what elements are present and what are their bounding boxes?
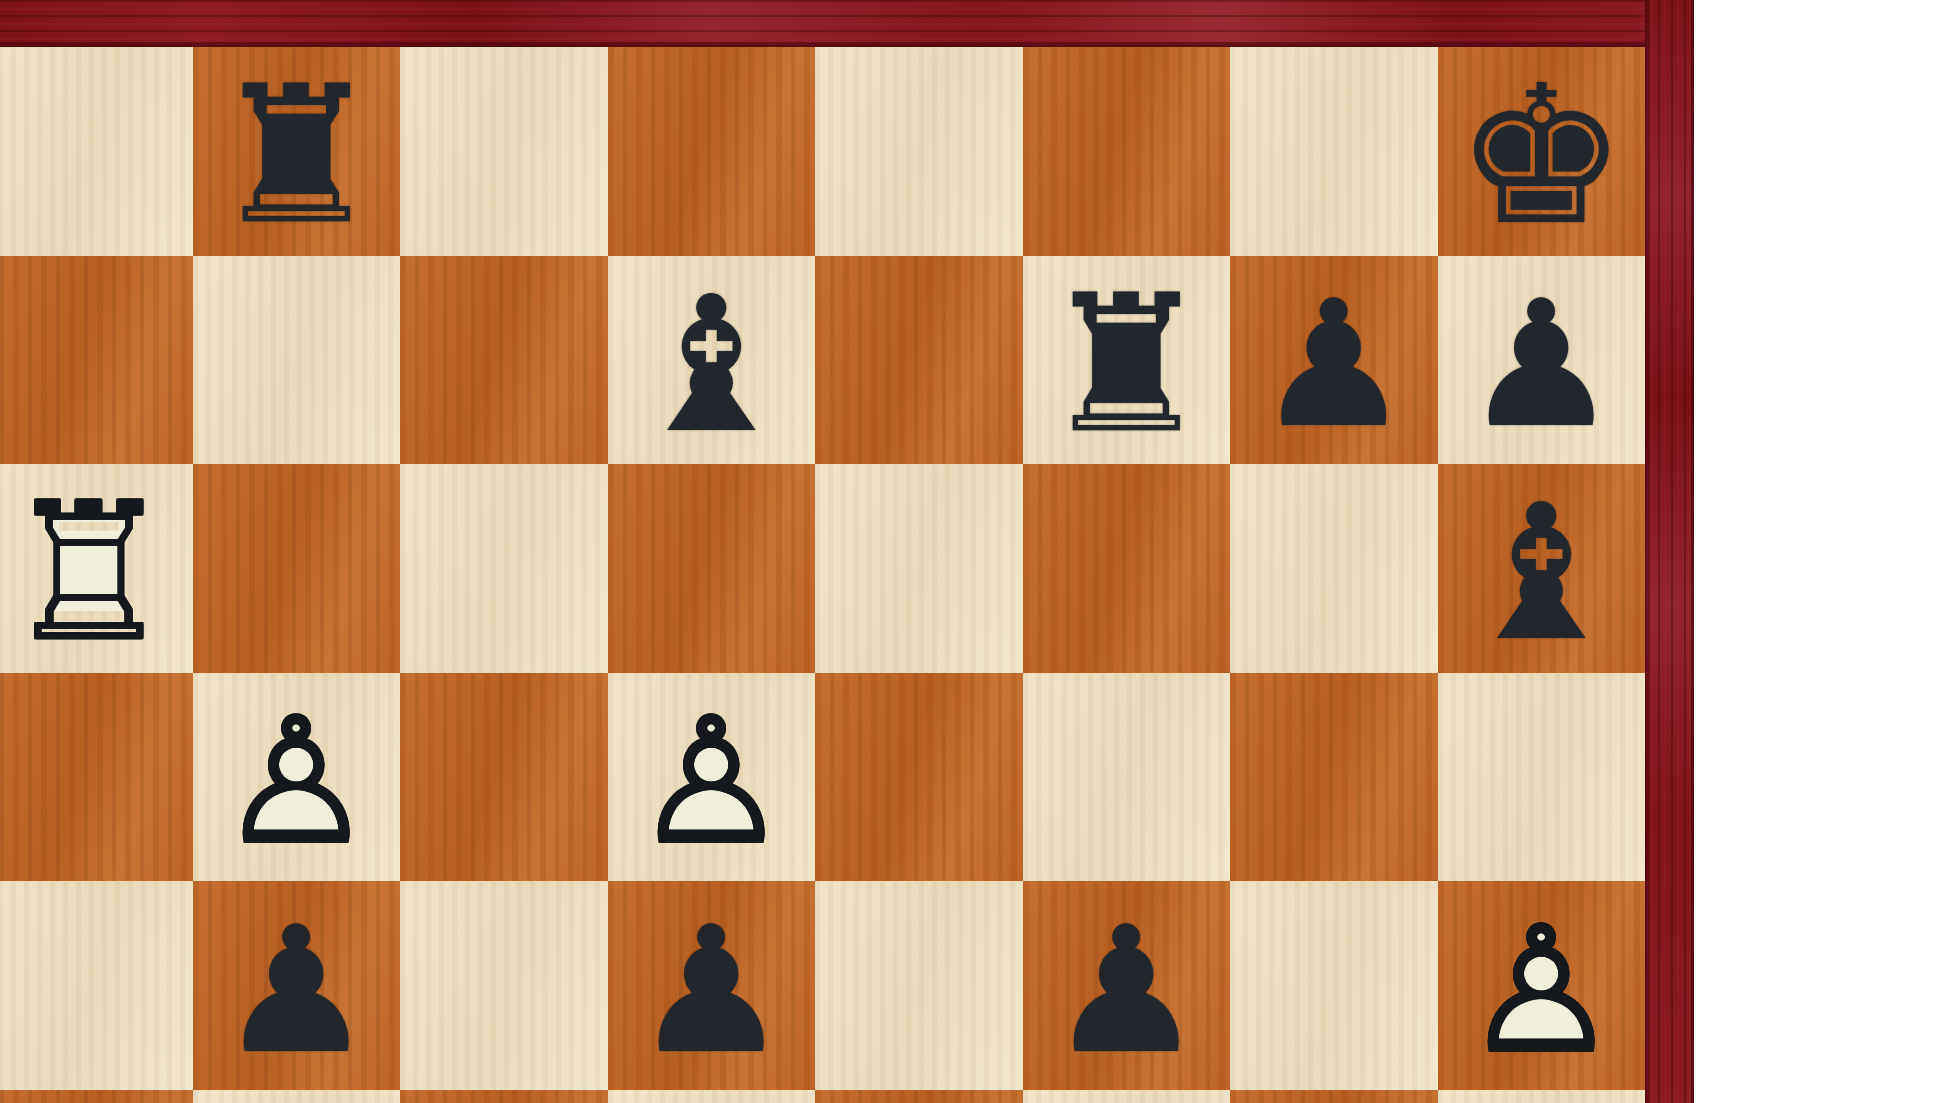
square-e5[interactable]	[815, 673, 1023, 882]
square-h8[interactable]: ♚	[1438, 47, 1646, 256]
black-piece-glyph: ♝	[1457, 479, 1626, 667]
square-d8[interactable]	[608, 47, 816, 256]
black-piece-glyph: ♚	[1455, 60, 1627, 252]
black-rook-b8: ♜	[193, 52, 401, 261]
black-king-h8: ♚	[1438, 52, 1646, 261]
white-piece-outline-glyph: ♙	[1463, 903, 1620, 1078]
square-g8[interactable]	[1230, 47, 1438, 256]
square-g4[interactable]	[1230, 881, 1438, 1090]
square-h6[interactable]: ♝	[1438, 464, 1646, 673]
white-piece-fill-glyph: ♟	[633, 694, 790, 869]
square-e4[interactable]	[815, 881, 1023, 1090]
square-h5[interactable]	[1438, 673, 1646, 882]
white-piece-fill-glyph: ♜	[4, 478, 174, 668]
square-c5[interactable]	[400, 673, 608, 882]
square-c6[interactable]	[400, 464, 608, 673]
square-a6[interactable]: ♜♖	[0, 464, 193, 673]
black-piece-glyph: ♜	[211, 61, 381, 251]
black-bishop-h6: ♝	[1438, 469, 1646, 678]
black-pawn-h7: ♟	[1438, 261, 1646, 470]
square-d4[interactable]: ♟	[608, 881, 816, 1090]
black-piece-glyph: ♟	[1255, 277, 1412, 452]
square-f7[interactable]: ♜	[1023, 256, 1231, 465]
square-a5[interactable]	[0, 673, 193, 882]
white-pawn-h4: ♟♙	[1438, 886, 1646, 1095]
square-d3[interactable]	[608, 1090, 816, 1103]
square-g7[interactable]: ♟	[1230, 256, 1438, 465]
square-g5[interactable]	[1230, 673, 1438, 882]
square-a3[interactable]	[0, 1090, 193, 1103]
square-h4[interactable]: ♟♙	[1438, 881, 1646, 1090]
board-frame-right	[1645, 0, 1694, 1103]
square-g3[interactable]	[1230, 1090, 1438, 1103]
square-e6[interactable]	[815, 464, 1023, 673]
white-piece-outline-glyph: ♖	[4, 478, 174, 668]
board-frame-top	[0, 0, 1694, 47]
black-pawn-g7: ♟	[1230, 261, 1438, 470]
square-e7[interactable]	[815, 256, 1023, 465]
black-piece-glyph: ♟	[1048, 903, 1205, 1078]
square-b5[interactable]: ♟♙	[193, 673, 401, 882]
square-h7[interactable]: ♟	[1438, 256, 1646, 465]
board-grid: ♜♚♝♜♟♟♜♖♝♟♙♟♙♟♟♟♟♙	[0, 47, 1645, 1103]
square-f6[interactable]	[1023, 464, 1231, 673]
square-c4[interactable]	[400, 881, 608, 1090]
square-c3[interactable]	[400, 1090, 608, 1103]
square-f3[interactable]	[1023, 1090, 1231, 1103]
black-piece-glyph: ♟	[1463, 277, 1620, 452]
square-f8[interactable]	[1023, 47, 1231, 256]
page-background: ♜♚♝♜♟♟♜♖♝♟♙♟♙♟♟♟♟♙	[0, 0, 1960, 1103]
white-piece-fill-glyph: ♟	[218, 694, 375, 869]
square-h3[interactable]	[1438, 1090, 1646, 1103]
square-g6[interactable]	[1230, 464, 1438, 673]
square-c7[interactable]	[400, 256, 608, 465]
square-b6[interactable]	[193, 464, 401, 673]
black-piece-glyph: ♜	[1041, 270, 1211, 460]
square-b7[interactable]	[193, 256, 401, 465]
black-pawn-d4: ♟	[608, 886, 816, 1095]
square-b8[interactable]: ♜	[193, 47, 401, 256]
square-d5[interactable]: ♟♙	[608, 673, 816, 882]
white-pawn-b5: ♟♙	[193, 678, 401, 887]
white-rook-a6: ♜♖	[0, 469, 193, 678]
black-pawn-b4: ♟	[193, 886, 401, 1095]
square-d6[interactable]	[608, 464, 816, 673]
square-f4[interactable]: ♟	[1023, 881, 1231, 1090]
black-piece-glyph: ♝	[627, 271, 796, 459]
square-b3[interactable]	[193, 1090, 401, 1103]
black-pawn-f4: ♟	[1023, 886, 1231, 1095]
square-c8[interactable]	[400, 47, 608, 256]
square-b4[interactable]: ♟	[193, 881, 401, 1090]
black-bishop-d7: ♝	[608, 261, 816, 470]
black-piece-glyph: ♟	[633, 903, 790, 1078]
square-a7[interactable]	[0, 256, 193, 465]
chess-board: ♜♚♝♜♟♟♜♖♝♟♙♟♙♟♟♟♟♙	[0, 0, 1960, 1103]
square-e3[interactable]	[815, 1090, 1023, 1103]
black-rook-f7: ♜	[1023, 261, 1231, 470]
black-piece-glyph: ♟	[218, 903, 375, 1078]
square-f5[interactable]	[1023, 673, 1231, 882]
square-e8[interactable]	[815, 47, 1023, 256]
square-a8[interactable]	[0, 47, 193, 256]
white-piece-outline-glyph: ♙	[218, 694, 375, 869]
white-piece-fill-glyph: ♟	[1463, 903, 1620, 1078]
white-pawn-d5: ♟♙	[608, 678, 816, 887]
white-piece-outline-glyph: ♙	[633, 694, 790, 869]
square-a4[interactable]	[0, 881, 193, 1090]
square-d7[interactable]: ♝	[608, 256, 816, 465]
